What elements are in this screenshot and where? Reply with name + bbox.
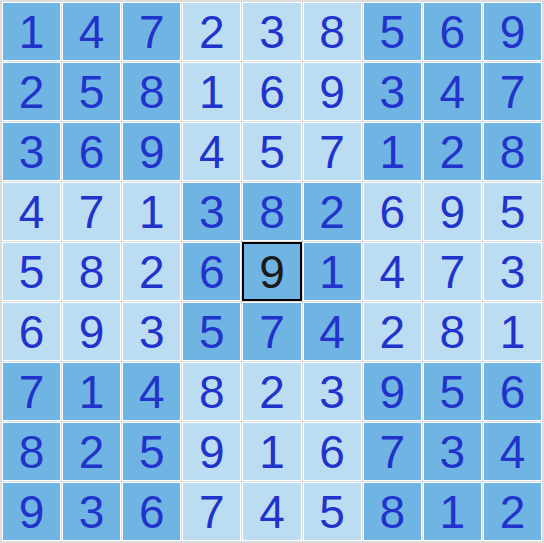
sudoku-board: 1472385692581693473694571284713826955826… [0, 0, 544, 543]
cell-r6c3[interactable]: 3 [122, 302, 181, 361]
cell-r4c8[interactable]: 9 [423, 182, 482, 241]
cell-r9c8[interactable]: 1 [423, 482, 482, 541]
cell-digit: 4 [79, 9, 105, 55]
cell-digit: 2 [440, 129, 466, 175]
cell-digit: 1 [19, 9, 45, 55]
cell-digit: 3 [139, 309, 165, 355]
cell-r1c5[interactable]: 3 [242, 2, 301, 61]
cell-digit: 4 [139, 369, 165, 415]
cell-r9c6[interactable]: 5 [303, 482, 362, 541]
cell-r1c9[interactable]: 9 [483, 2, 542, 61]
cell-r5c3[interactable]: 2 [122, 242, 181, 301]
cell-r3c6[interactable]: 7 [303, 122, 362, 181]
cell-r3c9[interactable]: 8 [483, 122, 542, 181]
cell-digit: 6 [19, 309, 45, 355]
cell-digit: 4 [500, 429, 526, 475]
cell-r8c8[interactable]: 3 [423, 422, 482, 481]
cell-r7c5[interactable]: 2 [242, 362, 301, 421]
cell-r7c3[interactable]: 4 [122, 362, 181, 421]
cell-r4c7[interactable]: 6 [363, 182, 422, 241]
cell-digit: 8 [139, 69, 165, 115]
cell-digit: 8 [319, 9, 345, 55]
cell-digit: 8 [500, 129, 526, 175]
cell-r8c2[interactable]: 2 [62, 422, 121, 481]
cell-digit: 6 [319, 429, 345, 475]
cell-r3c5[interactable]: 5 [242, 122, 301, 181]
cell-r1c3[interactable]: 7 [122, 2, 181, 61]
cell-digit: 3 [319, 369, 345, 415]
cell-r7c8[interactable]: 5 [423, 362, 482, 421]
cell-digit: 9 [440, 189, 466, 235]
cell-r5c4[interactable]: 6 [182, 242, 241, 301]
cell-digit: 8 [259, 189, 285, 235]
cell-digit: 7 [500, 69, 526, 115]
cell-digit: 4 [440, 69, 466, 115]
cell-digit: 7 [259, 309, 285, 355]
cell-digit: 7 [440, 249, 466, 295]
cell-r6c8[interactable]: 8 [423, 302, 482, 361]
cell-digit: 8 [379, 489, 405, 535]
cell-r5c2[interactable]: 8 [62, 242, 121, 301]
cell-digit: 1 [79, 369, 105, 415]
cell-r7c2[interactable]: 1 [62, 362, 121, 421]
cell-r3c8[interactable]: 2 [423, 122, 482, 181]
cell-digit: 8 [199, 369, 225, 415]
cell-r3c3[interactable]: 9 [122, 122, 181, 181]
cell-r5c8[interactable]: 7 [423, 242, 482, 301]
cell-digit: 6 [259, 69, 285, 115]
cell-r1c4[interactable]: 2 [182, 2, 241, 61]
cell-digit: 3 [500, 249, 526, 295]
cell-r4c3[interactable]: 1 [122, 182, 181, 241]
cell-digit: 3 [440, 429, 466, 475]
cell-digit: 2 [139, 249, 165, 295]
cell-r9c1[interactable]: 9 [2, 482, 61, 541]
cell-r9c5[interactable]: 4 [242, 482, 301, 541]
cell-r2c2[interactable]: 5 [62, 62, 121, 121]
cell-digit: 3 [379, 69, 405, 115]
cell-digit: 5 [139, 429, 165, 475]
cell-digit: 5 [199, 309, 225, 355]
cell-r8c9[interactable]: 4 [483, 422, 542, 481]
cell-r1c8[interactable]: 6 [423, 2, 482, 61]
cell-digit: 9 [199, 429, 225, 475]
cell-digit: 4 [19, 189, 45, 235]
cell-r4c9[interactable]: 5 [483, 182, 542, 241]
cell-digit: 1 [319, 249, 345, 295]
cell-r7c7[interactable]: 9 [363, 362, 422, 421]
cell-digit: 6 [379, 189, 405, 235]
cell-digit: 6 [199, 249, 225, 295]
cell-digit: 1 [259, 429, 285, 475]
cell-digit: 9 [379, 369, 405, 415]
cell-digit: 2 [199, 9, 225, 55]
cell-r6c4[interactable]: 5 [182, 302, 241, 361]
cell-r1c7[interactable]: 5 [363, 2, 422, 61]
cell-r7c4[interactable]: 8 [182, 362, 241, 421]
cell-r2c6[interactable]: 9 [303, 62, 362, 121]
cell-r2c3[interactable]: 8 [122, 62, 181, 121]
cell-digit: 1 [379, 129, 405, 175]
cell-digit: 2 [79, 429, 105, 475]
cell-digit: 9 [79, 309, 105, 355]
cell-r3c2[interactable]: 6 [62, 122, 121, 181]
cell-r1c6[interactable]: 8 [303, 2, 362, 61]
cell-digit: 2 [500, 489, 526, 535]
cell-digit: 8 [19, 429, 45, 475]
cell-digit: 9 [139, 129, 165, 175]
cell-digit: 9 [19, 489, 45, 535]
cell-r4c5[interactable]: 8 [242, 182, 301, 241]
cell-r2c4[interactable]: 1 [182, 62, 241, 121]
cell-digit: 1 [500, 309, 526, 355]
cell-r9c7[interactable]: 8 [363, 482, 422, 541]
cell-r8c4[interactable]: 9 [182, 422, 241, 481]
cell-r3c7[interactable]: 1 [363, 122, 422, 181]
cell-digit: 5 [79, 69, 105, 115]
cell-r5c9[interactable]: 3 [483, 242, 542, 301]
cell-r5c6[interactable]: 1 [303, 242, 362, 301]
cell-digit: 6 [79, 129, 105, 175]
cell-r2c9[interactable]: 7 [483, 62, 542, 121]
cell-r5c5[interactable]: 9 [242, 242, 301, 301]
cell-r4c1[interactable]: 4 [2, 182, 61, 241]
cell-r2c1[interactable]: 2 [2, 62, 61, 121]
cell-digit: 4 [379, 249, 405, 295]
cell-r4c6[interactable]: 2 [303, 182, 362, 241]
cell-r6c1[interactable]: 6 [2, 302, 61, 361]
cell-digit: 3 [199, 189, 225, 235]
cell-digit: 6 [139, 489, 165, 535]
cell-r4c2[interactable]: 7 [62, 182, 121, 241]
cell-r6c6[interactable]: 4 [303, 302, 362, 361]
cell-digit: 5 [379, 9, 405, 55]
cell-r6c9[interactable]: 1 [483, 302, 542, 361]
cell-r4c4[interactable]: 3 [182, 182, 241, 241]
cell-digit: 7 [19, 369, 45, 415]
cell-r9c9[interactable]: 2 [483, 482, 542, 541]
cell-digit: 2 [319, 189, 345, 235]
cell-r7c9[interactable]: 6 [483, 362, 542, 421]
cell-r6c2[interactable]: 9 [62, 302, 121, 361]
cell-digit: 3 [79, 489, 105, 535]
cell-digit: 5 [259, 129, 285, 175]
cell-digit: 5 [500, 189, 526, 235]
cell-digit: 7 [379, 429, 405, 475]
cell-digit: 1 [139, 189, 165, 235]
cell-r7c1[interactable]: 7 [2, 362, 61, 421]
cell-digit: 1 [199, 69, 225, 115]
cell-r2c8[interactable]: 4 [423, 62, 482, 121]
cell-r6c7[interactable]: 2 [363, 302, 422, 361]
cell-digit: 2 [379, 309, 405, 355]
cell-digit: 8 [79, 249, 105, 295]
cell-digit: 7 [139, 9, 165, 55]
cell-digit: 1 [440, 489, 466, 535]
cell-r6c5[interactable]: 7 [242, 302, 301, 361]
cell-digit: 9 [500, 9, 526, 55]
cell-digit: 4 [199, 129, 225, 175]
cell-digit: 2 [259, 369, 285, 415]
cell-r5c1[interactable]: 5 [2, 242, 61, 301]
cell-r3c1[interactable]: 3 [2, 122, 61, 181]
cell-r8c1[interactable]: 8 [2, 422, 61, 481]
cell-digit: 3 [19, 129, 45, 175]
cell-digit: 6 [440, 9, 466, 55]
cell-digit: 9 [319, 69, 345, 115]
cell-r5c7[interactable]: 4 [363, 242, 422, 301]
cell-r2c5[interactable]: 6 [242, 62, 301, 121]
cell-r8c5[interactable]: 1 [242, 422, 301, 481]
cell-digit: 8 [440, 309, 466, 355]
cell-digit: 5 [19, 249, 45, 295]
cell-digit: 5 [440, 369, 466, 415]
cell-r3c4[interactable]: 4 [182, 122, 241, 181]
cell-r1c2[interactable]: 4 [62, 2, 121, 61]
cell-r8c6[interactable]: 6 [303, 422, 362, 481]
cell-r7c6[interactable]: 3 [303, 362, 362, 421]
cell-r9c3[interactable]: 6 [122, 482, 181, 541]
cell-r8c3[interactable]: 5 [122, 422, 181, 481]
cell-r2c7[interactable]: 3 [363, 62, 422, 121]
cell-digit: 5 [319, 489, 345, 535]
cell-digit: 4 [319, 309, 345, 355]
cell-digit: 2 [19, 69, 45, 115]
cell-digit: 7 [319, 129, 345, 175]
cell-digit: 3 [259, 9, 285, 55]
cell-r8c7[interactable]: 7 [363, 422, 422, 481]
cell-r9c4[interactable]: 7 [182, 482, 241, 541]
cell-digit: 7 [199, 489, 225, 535]
cell-digit: 4 [259, 489, 285, 535]
cell-digit: 7 [79, 189, 105, 235]
cell-r1c1[interactable]: 1 [2, 2, 61, 61]
cell-r9c2[interactable]: 3 [62, 482, 121, 541]
cell-digit: 9 [259, 249, 285, 295]
cell-digit: 6 [500, 369, 526, 415]
